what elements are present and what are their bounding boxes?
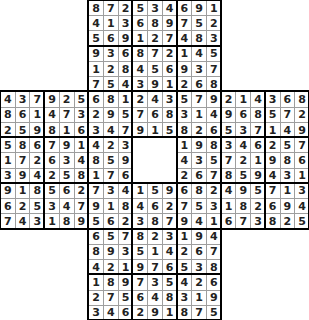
- cell-r12c12[interactable]: 6: [177, 183, 193, 199]
- cell-r0c10[interactable]: 3: [147, 0, 163, 16]
- cell-r12c1[interactable]: 1: [15, 183, 31, 199]
- cell-r16c13[interactable]: 6: [191, 244, 207, 260]
- cell-r9c19[interactable]: 5: [280, 137, 296, 153]
- grid-heavy-line: [176, 182, 178, 320]
- cell-r18c12[interactable]: 4: [177, 274, 193, 290]
- cell-r3c7[interactable]: 3: [103, 46, 119, 62]
- cell-r18c9[interactable]: 7: [132, 274, 148, 290]
- grid-heavy-line: [220, 182, 222, 320]
- sohei-sudoku-board: 8725346914136897525691274839368721451284…: [0, 0, 309, 320]
- cell-r7c13[interactable]: 1: [191, 107, 207, 123]
- grid-heavy-line: [87, 273, 221, 275]
- cell-r9c12[interactable]: 1: [177, 137, 193, 153]
- cell-r3c9[interactable]: 8: [132, 46, 148, 62]
- cell-r0c9[interactable]: 5: [132, 0, 148, 16]
- cell-r10c18[interactable]: 9: [265, 152, 281, 168]
- cell-r3c13[interactable]: 4: [191, 46, 207, 62]
- cell-r12c16[interactable]: 9: [235, 183, 251, 199]
- cell-r12c3[interactable]: 5: [44, 183, 60, 199]
- cell-r12c6[interactable]: 7: [88, 183, 104, 199]
- cell-r0c6[interactable]: 8: [88, 0, 104, 16]
- cell-r4c9[interactable]: 4: [132, 61, 148, 77]
- cell-r9c20[interactable]: 7: [294, 137, 309, 153]
- cell-r13c3[interactable]: 3: [44, 198, 60, 214]
- cell-r9c16[interactable]: 4: [235, 137, 251, 153]
- cell-r1c9[interactable]: 6: [132, 15, 148, 31]
- cell-r19c7[interactable]: 7: [103, 290, 119, 306]
- cell-r10c13[interactable]: 3: [191, 152, 207, 168]
- grid-heavy-line: [43, 90, 45, 229]
- cell-r13c16[interactable]: 8: [235, 198, 251, 214]
- cell-r6c19[interactable]: 6: [280, 91, 296, 107]
- cell-r6c1[interactable]: 3: [15, 91, 31, 107]
- cell-r10c12[interactable]: 4: [177, 152, 193, 168]
- grid-heavy-line: [87, 182, 89, 320]
- cell-r19c9[interactable]: 6: [132, 290, 148, 306]
- cell-r12c7[interactable]: 3: [103, 183, 119, 199]
- cell-r12c13[interactable]: 8: [191, 183, 207, 199]
- cell-r6c3[interactable]: 9: [44, 91, 60, 107]
- cell-r9c1[interactable]: 8: [15, 137, 31, 153]
- cell-r10c16[interactable]: 2: [235, 152, 251, 168]
- cell-r10c4[interactable]: 3: [59, 152, 75, 168]
- cell-r19c12[interactable]: 3: [177, 290, 193, 306]
- cell-r18c7[interactable]: 8: [103, 274, 119, 290]
- cell-r4c12[interactable]: 9: [177, 61, 193, 77]
- cell-r6c13[interactable]: 7: [191, 91, 207, 107]
- cell-r6c6[interactable]: 6: [88, 91, 104, 107]
- cell-r7c7[interactable]: 9: [103, 107, 119, 123]
- cell-r12c15[interactable]: 4: [221, 183, 237, 199]
- cell-r12c0[interactable]: 9: [0, 183, 16, 199]
- cell-r4c6[interactable]: 1: [88, 61, 104, 77]
- cell-r13c4[interactable]: 4: [59, 198, 75, 214]
- cell-r15c13[interactable]: 9: [191, 229, 207, 245]
- cell-r9c0[interactable]: 5: [0, 137, 16, 153]
- cell-r15c6[interactable]: 6: [88, 229, 104, 245]
- cell-r9c4[interactable]: 9: [59, 137, 75, 153]
- cell-r3c12[interactable]: 1: [177, 46, 193, 62]
- cell-r13c20[interactable]: 4: [294, 198, 309, 214]
- cell-r1c13[interactable]: 5: [191, 15, 207, 31]
- cell-r9c6[interactable]: 4: [88, 137, 104, 153]
- cell-r10c6[interactable]: 8: [88, 152, 104, 168]
- cell-r1c10[interactable]: 8: [147, 15, 163, 31]
- cell-r13c15[interactable]: 1: [221, 198, 237, 214]
- cell-r13c1[interactable]: 2: [15, 198, 31, 214]
- cell-r13c10[interactable]: 6: [147, 198, 163, 214]
- cell-r9c18[interactable]: 2: [265, 137, 281, 153]
- cell-r9c3[interactable]: 7: [44, 137, 60, 153]
- grid-heavy-line: [176, 90, 309, 92]
- cell-r7c3[interactable]: 4: [44, 107, 60, 123]
- cell-r6c0[interactable]: 4: [0, 91, 16, 107]
- cell-r6c16[interactable]: 1: [235, 91, 251, 107]
- cell-r3c10[interactable]: 7: [147, 46, 163, 62]
- cell-r18c6[interactable]: 1: [88, 274, 104, 290]
- cell-r10c3[interactable]: 6: [44, 152, 60, 168]
- cell-r6c9[interactable]: 2: [132, 91, 148, 107]
- cell-r19c10[interactable]: 4: [147, 290, 163, 306]
- cell-r7c15[interactable]: 9: [221, 107, 237, 123]
- cell-r7c18[interactable]: 5: [265, 107, 281, 123]
- cell-r12c10[interactable]: 5: [147, 183, 163, 199]
- grid-heavy-line: [0, 90, 133, 92]
- cell-r12c4[interactable]: 6: [59, 183, 75, 199]
- cell-r0c12[interactable]: 6: [177, 0, 193, 16]
- cell-r7c1[interactable]: 6: [15, 107, 31, 123]
- grid-heavy-line: [176, 136, 309, 138]
- cell-r7c6[interactable]: 2: [88, 107, 104, 123]
- cell-r20c7[interactable]: 4: [103, 305, 119, 320]
- cell-r9c13[interactable]: 9: [191, 137, 207, 153]
- cell-r13c13[interactable]: 5: [191, 198, 207, 214]
- cell-r16c7[interactable]: 9: [103, 244, 119, 260]
- cell-r16c10[interactable]: 1: [147, 244, 163, 260]
- cell-r10c1[interactable]: 7: [15, 152, 31, 168]
- cell-r6c18[interactable]: 3: [265, 91, 281, 107]
- cell-r13c6[interactable]: 9: [88, 198, 104, 214]
- cell-r3c6[interactable]: 9: [88, 46, 104, 62]
- cell-r9c15[interactable]: 3: [221, 137, 237, 153]
- cell-r10c7[interactable]: 5: [103, 152, 119, 168]
- cell-r7c16[interactable]: 6: [235, 107, 251, 123]
- cell-r20c13[interactable]: 7: [191, 305, 207, 320]
- cell-r7c4[interactable]: 7: [59, 107, 75, 123]
- cell-r7c20[interactable]: 2: [294, 107, 309, 123]
- grid-heavy-line: [87, 0, 221, 1]
- cell-r20c9[interactable]: 2: [132, 305, 148, 320]
- cell-r15c9[interactable]: 8: [132, 229, 148, 245]
- cell-r15c12[interactable]: 1: [177, 229, 193, 245]
- cell-r1c12[interactable]: 7: [177, 15, 193, 31]
- cell-r1c6[interactable]: 4: [88, 15, 104, 31]
- cell-r16c9[interactable]: 5: [132, 244, 148, 260]
- grid-heavy-line: [87, 228, 221, 230]
- cell-r12c19[interactable]: 1: [280, 183, 296, 199]
- cell-r15c10[interactable]: 2: [147, 229, 163, 245]
- grid-heavy-line: [131, 182, 133, 320]
- cell-r20c10[interactable]: 9: [147, 305, 163, 320]
- grid-heavy-line: [0, 136, 133, 138]
- cell-r7c12[interactable]: 3: [177, 107, 193, 123]
- cell-r6c15[interactable]: 2: [221, 91, 237, 107]
- grid-heavy-line: [87, 45, 221, 47]
- grid-heavy-line: [0, 90, 1, 229]
- cell-r6c20[interactable]: 8: [294, 91, 309, 107]
- cell-r10c15[interactable]: 7: [221, 152, 237, 168]
- cell-r7c19[interactable]: 7: [280, 107, 296, 123]
- cell-r12c20[interactable]: 3: [294, 183, 309, 199]
- grid-heavy-line: [264, 90, 266, 229]
- cell-r13c12[interactable]: 7: [177, 198, 193, 214]
- cell-r13c19[interactable]: 9: [280, 198, 296, 214]
- cell-r7c9[interactable]: 7: [132, 107, 148, 123]
- cell-r18c10[interactable]: 3: [147, 274, 163, 290]
- cell-r13c0[interactable]: 6: [0, 198, 16, 214]
- cell-r0c7[interactable]: 7: [103, 0, 119, 16]
- cell-r6c7[interactable]: 8: [103, 91, 119, 107]
- cell-r6c10[interactable]: 4: [147, 91, 163, 107]
- grid-heavy-line: [308, 90, 309, 229]
- cell-r13c7[interactable]: 1: [103, 198, 119, 214]
- cell-r9c7[interactable]: 2: [103, 137, 119, 153]
- cell-r20c12[interactable]: 8: [177, 305, 193, 320]
- cell-r4c10[interactable]: 5: [147, 61, 163, 77]
- cell-r19c13[interactable]: 1: [191, 290, 207, 306]
- cell-r12c9[interactable]: 1: [132, 183, 148, 199]
- cell-r16c12[interactable]: 2: [177, 244, 193, 260]
- cell-r0c13[interactable]: 9: [191, 0, 207, 16]
- cell-r12c18[interactable]: 7: [265, 183, 281, 199]
- cell-r10c20[interactable]: 6: [294, 152, 309, 168]
- cell-r6c4[interactable]: 2: [59, 91, 75, 107]
- grid-heavy-line: [87, 182, 221, 184]
- cell-r20c6[interactable]: 3: [88, 305, 104, 320]
- cell-r16c6[interactable]: 8: [88, 244, 104, 260]
- cell-r1c7[interactable]: 1: [103, 15, 119, 31]
- cell-r7c10[interactable]: 6: [147, 107, 163, 123]
- cell-r6c12[interactable]: 5: [177, 91, 193, 107]
- cell-r4c7[interactable]: 2: [103, 61, 119, 77]
- cell-r10c19[interactable]: 8: [280, 152, 296, 168]
- cell-r13c18[interactable]: 6: [265, 198, 281, 214]
- cell-r10c0[interactable]: 1: [0, 152, 16, 168]
- cell-r18c13[interactable]: 2: [191, 274, 207, 290]
- cell-r7c0[interactable]: 8: [0, 107, 16, 123]
- cell-r15c7[interactable]: 5: [103, 229, 119, 245]
- cell-r13c9[interactable]: 4: [132, 198, 148, 214]
- cell-r19c6[interactable]: 2: [88, 290, 104, 306]
- cell-r4c13[interactable]: 3: [191, 61, 207, 77]
